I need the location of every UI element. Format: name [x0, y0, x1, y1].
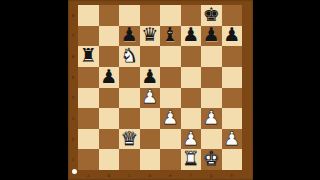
page-background: 87654321 abcdefgh ♚♟♛♝♟♟♟♜♞♟♟♟♟♟♛♟♟♜♚	[0, 0, 320, 180]
square-e5[interactable]	[160, 67, 181, 88]
square-c8[interactable]	[119, 5, 140, 26]
square-b1[interactable]	[99, 149, 120, 170]
square-f7[interactable]: ♟	[181, 26, 202, 47]
square-e8[interactable]	[160, 5, 181, 26]
square-a2[interactable]	[78, 129, 99, 150]
square-e2[interactable]	[160, 129, 181, 150]
square-c2[interactable]: ♛	[119, 129, 140, 150]
piece-bR-a6[interactable]: ♜	[80, 46, 97, 65]
piece-wP-g3[interactable]: ♟	[203, 108, 220, 127]
file-label-b: b	[99, 170, 120, 180]
square-d8[interactable]	[140, 5, 161, 26]
square-h3[interactable]	[222, 108, 243, 129]
file-label-g: g	[201, 170, 222, 180]
square-h2[interactable]: ♟	[222, 129, 243, 150]
square-c4[interactable]	[119, 88, 140, 109]
square-f6[interactable]	[181, 46, 202, 67]
file-label-a: a	[78, 170, 99, 180]
piece-wP-h2[interactable]: ♟	[223, 129, 240, 148]
square-a4[interactable]	[78, 88, 99, 109]
piece-bP-b5[interactable]: ♟	[100, 67, 117, 86]
square-a8[interactable]	[78, 5, 99, 26]
square-g7[interactable]: ♟	[201, 26, 222, 47]
rank-label-5: 5	[68, 67, 78, 88]
square-h1[interactable]	[222, 149, 243, 170]
square-e6[interactable]	[160, 46, 181, 67]
rank-label-8: 8	[68, 5, 78, 26]
square-e4[interactable]	[160, 88, 181, 109]
square-b6[interactable]	[99, 46, 120, 67]
square-g4[interactable]	[201, 88, 222, 109]
square-a5[interactable]	[78, 67, 99, 88]
square-b7[interactable]	[99, 26, 120, 47]
square-h6[interactable]	[222, 46, 243, 67]
board-squares: ♚♟♛♝♟♟♟♜♞♟♟♟♟♟♛♟♟♜♚	[78, 5, 242, 170]
file-label-d: d	[140, 170, 161, 180]
rank-label-6: 6	[68, 46, 78, 67]
square-g3[interactable]: ♟	[201, 108, 222, 129]
square-g6[interactable]	[201, 46, 222, 67]
piece-bP-f7[interactable]: ♟	[182, 26, 199, 45]
piece-bP-h7[interactable]: ♟	[223, 26, 240, 45]
square-c5[interactable]	[119, 67, 140, 88]
square-c6[interactable]: ♞	[119, 46, 140, 67]
square-g2[interactable]	[201, 129, 222, 150]
piece-wR-f1[interactable]: ♜	[182, 149, 199, 168]
square-f4[interactable]	[181, 88, 202, 109]
file-label-f: f	[181, 170, 202, 180]
file-label-e: e	[160, 170, 181, 180]
square-h5[interactable]	[222, 67, 243, 88]
square-e1[interactable]	[160, 149, 181, 170]
square-a7[interactable]	[78, 26, 99, 47]
rank-label-2: 2	[68, 129, 78, 150]
piece-bB-e7[interactable]: ♝	[162, 26, 179, 45]
square-b3[interactable]	[99, 108, 120, 129]
square-d4[interactable]: ♟	[140, 88, 161, 109]
piece-wP-e3[interactable]: ♟	[162, 108, 179, 127]
square-c3[interactable]	[119, 108, 140, 129]
square-d3[interactable]	[140, 108, 161, 129]
square-a1[interactable]	[78, 149, 99, 170]
square-b4[interactable]	[99, 88, 120, 109]
square-g5[interactable]	[201, 67, 222, 88]
square-a6[interactable]: ♜	[78, 46, 99, 67]
square-f3[interactable]	[181, 108, 202, 129]
square-a3[interactable]	[78, 108, 99, 129]
piece-bP-d5[interactable]: ♟	[141, 67, 158, 86]
piece-wK-g1[interactable]: ♚	[203, 149, 220, 168]
square-g8[interactable]: ♚	[201, 5, 222, 26]
square-f1[interactable]: ♜	[181, 149, 202, 170]
file-label-c: c	[119, 170, 140, 180]
piece-wN-c6[interactable]: ♞	[121, 46, 138, 65]
square-e7[interactable]: ♝	[160, 26, 181, 47]
rank-label-1: 1	[68, 149, 78, 170]
square-b2[interactable]	[99, 129, 120, 150]
square-h7[interactable]: ♟	[222, 26, 243, 47]
square-d7[interactable]: ♛	[140, 26, 161, 47]
square-b5[interactable]: ♟	[99, 67, 120, 88]
white-to-move-indicator	[72, 169, 77, 174]
square-b8[interactable]	[99, 5, 120, 26]
piece-bP-g7[interactable]: ♟	[203, 26, 220, 45]
square-d1[interactable]	[140, 149, 161, 170]
piece-wQ-c2[interactable]: ♛	[121, 129, 138, 148]
piece-bP-c7[interactable]: ♟	[121, 26, 138, 45]
piece-wP-f2[interactable]: ♟	[182, 129, 199, 148]
rank-label-3: 3	[68, 108, 78, 129]
square-c1[interactable]	[119, 149, 140, 170]
square-f2[interactable]: ♟	[181, 129, 202, 150]
square-h8[interactable]	[222, 5, 243, 26]
square-c7[interactable]: ♟	[119, 26, 140, 47]
square-g1[interactable]: ♚	[201, 149, 222, 170]
piece-bQ-d7[interactable]: ♛	[141, 26, 158, 45]
piece-bK-g8[interactable]: ♚	[203, 5, 220, 24]
square-d2[interactable]	[140, 129, 161, 150]
file-label-h: h	[222, 170, 243, 180]
square-d6[interactable]	[140, 46, 161, 67]
rank-label-4: 4	[68, 88, 78, 109]
piece-wP-d4[interactable]: ♟	[141, 88, 158, 107]
rank-label-7: 7	[68, 26, 78, 47]
square-h4[interactable]	[222, 88, 243, 109]
chess-board: 87654321 abcdefgh ♚♟♛♝♟♟♟♜♞♟♟♟♟♟♛♟♟♜♚	[68, 0, 253, 180]
square-f5[interactable]	[181, 67, 202, 88]
square-f8[interactable]	[181, 5, 202, 26]
square-e3[interactable]: ♟	[160, 108, 181, 129]
square-d5[interactable]: ♟	[140, 67, 161, 88]
file-coordinates: abcdefgh	[78, 170, 242, 180]
rank-coordinates: 87654321	[68, 5, 78, 170]
